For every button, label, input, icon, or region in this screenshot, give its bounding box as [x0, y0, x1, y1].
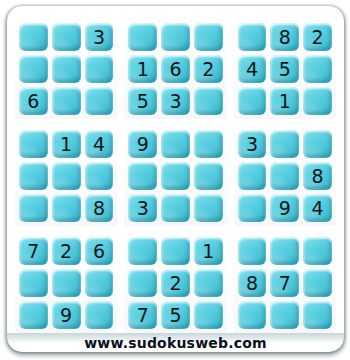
- sudoku-cell-r6c6[interactable]: [194, 194, 223, 222]
- sudoku-cell-r9c2[interactable]: 9: [52, 301, 81, 329]
- sudoku-cell-r8c9[interactable]: [303, 269, 332, 297]
- sudoku-cell-r9c8[interactable]: [270, 301, 299, 329]
- sudoku-cell-r7c6[interactable]: 1: [194, 237, 223, 265]
- sudoku-cell-r7c8[interactable]: [270, 237, 299, 265]
- sudoku-cell-r8c8[interactable]: 7: [270, 269, 299, 297]
- sudoku-cell-r4c4[interactable]: 9: [128, 130, 157, 158]
- sudoku-cell-r6c8[interactable]: 9: [270, 194, 299, 222]
- sudoku-cell-r3c2[interactable]: [52, 87, 81, 115]
- sudoku-box-2: 16253: [124, 19, 226, 119]
- sudoku-cell-r3c6[interactable]: [194, 87, 223, 115]
- sudoku-cell-r8c1[interactable]: [19, 269, 48, 297]
- sudoku-board: 3616253824511489338947269127587: [7, 6, 344, 333]
- sudoku-cell-r4c9[interactable]: [303, 130, 332, 158]
- sudoku-cell-r2c1[interactable]: [19, 55, 48, 83]
- sudoku-cell-r7c9[interactable]: [303, 237, 332, 265]
- sudoku-cell-r8c4[interactable]: [128, 269, 157, 297]
- sudoku-cell-r2c2[interactable]: [52, 55, 81, 83]
- sudoku-cell-r3c7[interactable]: [238, 87, 267, 115]
- sudoku-cell-r4c6[interactable]: [194, 130, 223, 158]
- sudoku-cell-r7c4[interactable]: [128, 237, 157, 265]
- sudoku-cell-r7c1[interactable]: 7: [19, 237, 48, 265]
- sudoku-box-5: 93: [124, 126, 226, 226]
- sudoku-cell-r4c5[interactable]: [161, 130, 190, 158]
- sudoku-cell-r1c4[interactable]: [128, 23, 157, 51]
- sudoku-cell-r1c2[interactable]: [52, 23, 81, 51]
- sudoku-cell-r6c1[interactable]: [19, 194, 48, 222]
- sudoku-cell-r4c3[interactable]: 4: [85, 130, 114, 158]
- sudoku-cell-r3c9[interactable]: [303, 87, 332, 115]
- sudoku-cell-r3c5[interactable]: 3: [161, 87, 190, 115]
- sudoku-plaque: 3616253824511489338947269127587 www.sudo…: [7, 6, 344, 352]
- sudoku-cell-r8c6[interactable]: [194, 269, 223, 297]
- sudoku-cell-r1c6[interactable]: [194, 23, 223, 51]
- sudoku-cell-r5c1[interactable]: [19, 162, 48, 190]
- sudoku-cell-r9c5[interactable]: 5: [161, 301, 190, 329]
- sudoku-box-8: 1275: [124, 233, 226, 333]
- sudoku-cell-r1c1[interactable]: [19, 23, 48, 51]
- sudoku-cell-r6c7[interactable]: [238, 194, 267, 222]
- sudoku-cell-r5c9[interactable]: 8: [303, 162, 332, 190]
- sudoku-cell-r2c3[interactable]: [85, 55, 114, 83]
- sudoku-cell-r6c9[interactable]: 4: [303, 194, 332, 222]
- sudoku-cell-r5c3[interactable]: [85, 162, 114, 190]
- sudoku-cell-r8c2[interactable]: [52, 269, 81, 297]
- sudoku-cell-r7c7[interactable]: [238, 237, 267, 265]
- sudoku-cell-r6c2[interactable]: [52, 194, 81, 222]
- sudoku-cell-r9c3[interactable]: [85, 301, 114, 329]
- sudoku-cell-r1c3[interactable]: 3: [85, 23, 114, 51]
- sudoku-cell-r9c6[interactable]: [194, 301, 223, 329]
- sudoku-cell-r3c8[interactable]: 1: [270, 87, 299, 115]
- sudoku-box-1: 36: [15, 19, 117, 119]
- sudoku-cell-r3c3[interactable]: [85, 87, 114, 115]
- footer-band: www.sudokusweb.com: [7, 333, 344, 352]
- sudoku-cell-r1c5[interactable]: [161, 23, 190, 51]
- sudoku-cell-r7c3[interactable]: 6: [85, 237, 114, 265]
- sudoku-cell-r3c1[interactable]: 6: [19, 87, 48, 115]
- sudoku-cell-r2c8[interactable]: 5: [270, 55, 299, 83]
- sudoku-cell-r6c4[interactable]: 3: [128, 194, 157, 222]
- website-url: www.sudokusweb.com: [84, 335, 267, 351]
- sudoku-box-6: 3894: [234, 126, 336, 226]
- sudoku-cell-r6c5[interactable]: [161, 194, 190, 222]
- sudoku-cell-r9c4[interactable]: 7: [128, 301, 157, 329]
- sudoku-cell-r4c8[interactable]: [270, 130, 299, 158]
- sudoku-cell-r5c4[interactable]: [128, 162, 157, 190]
- sudoku-cell-r8c7[interactable]: 8: [238, 269, 267, 297]
- sudoku-cell-r9c9[interactable]: [303, 301, 332, 329]
- sudoku-cell-r4c1[interactable]: [19, 130, 48, 158]
- sudoku-cell-r9c1[interactable]: [19, 301, 48, 329]
- sudoku-cell-r2c9[interactable]: [303, 55, 332, 83]
- sudoku-cell-r7c5[interactable]: [161, 237, 190, 265]
- sudoku-cell-r2c5[interactable]: 6: [161, 55, 190, 83]
- sudoku-cell-r5c2[interactable]: [52, 162, 81, 190]
- sudoku-cell-r1c7[interactable]: [238, 23, 267, 51]
- sudoku-cell-r4c7[interactable]: 3: [238, 130, 267, 158]
- sudoku-box-3: 82451: [234, 19, 336, 119]
- sudoku-cell-r8c3[interactable]: [85, 269, 114, 297]
- sudoku-cell-r3c4[interactable]: 5: [128, 87, 157, 115]
- sudoku-cell-r7c2[interactable]: 2: [52, 237, 81, 265]
- sudoku-cell-r5c8[interactable]: [270, 162, 299, 190]
- sudoku-box-7: 7269: [15, 233, 117, 333]
- sudoku-cell-r2c4[interactable]: 1: [128, 55, 157, 83]
- sudoku-cell-r1c8[interactable]: 8: [270, 23, 299, 51]
- sudoku-box-9: 87: [234, 233, 336, 333]
- sudoku-cell-r4c2[interactable]: 1: [52, 130, 81, 158]
- sudoku-cell-r5c5[interactable]: [161, 162, 190, 190]
- sudoku-cell-r1c9[interactable]: 2: [303, 23, 332, 51]
- sudoku-cell-r5c6[interactable]: [194, 162, 223, 190]
- sudoku-cell-r2c7[interactable]: 4: [238, 55, 267, 83]
- sudoku-cell-r5c7[interactable]: [238, 162, 267, 190]
- sudoku-cell-r6c3[interactable]: 8: [85, 194, 114, 222]
- sudoku-cell-r9c7[interactable]: [238, 301, 267, 329]
- sudoku-cell-r2c6[interactable]: 2: [194, 55, 223, 83]
- sudoku-screenshot: 3616253824511489338947269127587 www.sudo…: [0, 0, 350, 360]
- sudoku-cell-r8c5[interactable]: 2: [161, 269, 190, 297]
- sudoku-box-4: 148: [15, 126, 117, 226]
